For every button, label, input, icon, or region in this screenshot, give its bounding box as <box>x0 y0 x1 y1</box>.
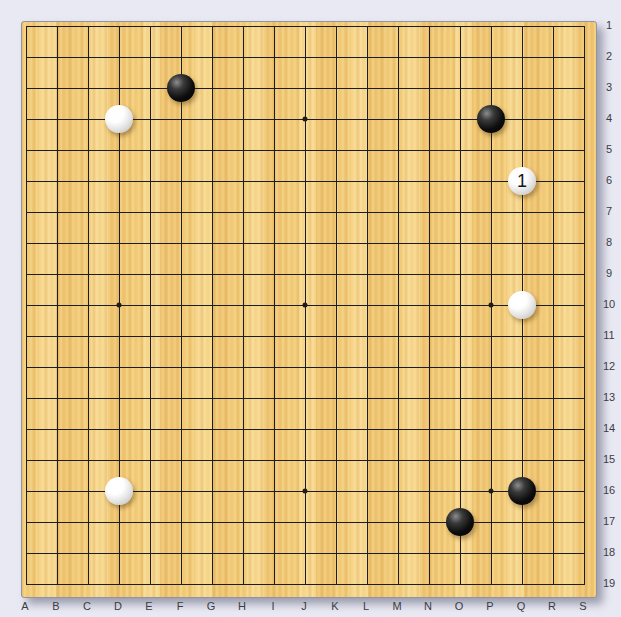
col-label-R: R <box>542 599 562 613</box>
grid-line-horizontal <box>26 429 585 430</box>
row-label-3: 3 <box>597 80 621 94</box>
row-label-6: 6 <box>597 173 621 187</box>
row-label-4: 4 <box>597 111 621 125</box>
col-label-O: O <box>449 599 469 613</box>
col-label-H: H <box>232 599 252 613</box>
stone-black-p4[interactable] <box>477 105 505 133</box>
row-label-15: 15 <box>597 452 621 466</box>
row-label-17: 17 <box>597 514 621 528</box>
row-label-10: 10 <box>597 297 621 311</box>
star-point <box>303 117 308 122</box>
col-label-D: D <box>108 599 128 613</box>
col-label-C: C <box>77 599 97 613</box>
col-label-E: E <box>139 599 159 613</box>
move-number-label: 1 <box>517 172 527 190</box>
stone-white-d16[interactable] <box>105 477 133 505</box>
col-label-A: A <box>15 599 35 613</box>
grid-line-horizontal <box>26 584 585 585</box>
col-label-K: K <box>325 599 345 613</box>
grid-line-vertical <box>367 26 368 585</box>
row-label-12: 12 <box>597 359 621 373</box>
stone-black-f3[interactable] <box>167 74 195 102</box>
row-label-7: 7 <box>597 204 621 218</box>
col-label-G: G <box>201 599 221 613</box>
star-point <box>489 489 494 494</box>
row-label-8: 8 <box>597 235 621 249</box>
row-label-13: 13 <box>597 390 621 404</box>
go-board[interactable]: 1 <box>21 21 597 598</box>
row-label-11: 11 <box>597 328 621 342</box>
stone-white-q10[interactable] <box>508 291 536 319</box>
grid-line-horizontal <box>26 398 585 399</box>
star-point <box>489 303 494 308</box>
row-label-18: 18 <box>597 545 621 559</box>
col-label-J: J <box>294 599 314 613</box>
col-label-P: P <box>480 599 500 613</box>
col-label-M: M <box>387 599 407 613</box>
star-point <box>303 489 308 494</box>
grid-line-horizontal <box>26 336 585 337</box>
grid-line-horizontal <box>26 367 585 368</box>
grid-line-vertical <box>398 26 399 585</box>
grid-line-vertical <box>336 26 337 585</box>
row-label-19: 19 <box>597 576 621 590</box>
row-label-9: 9 <box>597 266 621 280</box>
col-label-B: B <box>46 599 66 613</box>
row-label-14: 14 <box>597 421 621 435</box>
row-label-5: 5 <box>597 142 621 156</box>
col-label-L: L <box>356 599 376 613</box>
star-point <box>303 303 308 308</box>
stone-black-o17[interactable] <box>446 508 474 536</box>
stone-white-q6[interactable]: 1 <box>508 167 536 195</box>
grid-line-vertical <box>584 26 585 585</box>
screen: 1 ABCDEFGHIJKLMNOPQRS 123456789101112131… <box>0 0 621 617</box>
grid-line-vertical <box>553 26 554 585</box>
row-label-1: 1 <box>597 18 621 32</box>
col-label-F: F <box>170 599 190 613</box>
col-label-I: I <box>263 599 283 613</box>
grid-line-vertical <box>429 26 430 585</box>
col-label-S: S <box>573 599 593 613</box>
grid-line-vertical <box>460 26 461 585</box>
grid-line-horizontal <box>26 460 585 461</box>
stone-black-q16[interactable] <box>508 477 536 505</box>
col-label-N: N <box>418 599 438 613</box>
grid-line-horizontal <box>26 522 585 523</box>
row-label-2: 2 <box>597 49 621 63</box>
stone-white-d4[interactable] <box>105 105 133 133</box>
grid-line-horizontal <box>26 553 585 554</box>
col-label-Q: Q <box>511 599 531 613</box>
row-label-16: 16 <box>597 483 621 497</box>
star-point <box>117 303 122 308</box>
